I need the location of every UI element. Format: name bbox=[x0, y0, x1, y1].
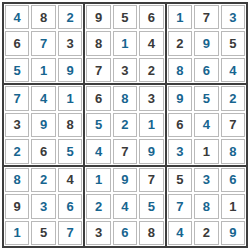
cell-r2c9[interactable]: 5 bbox=[221, 31, 245, 55]
cell-r4c6[interactable]: 3 bbox=[139, 86, 163, 110]
cell-r4c9[interactable]: 2 bbox=[221, 86, 245, 110]
cell-r1c9[interactable]: 3 bbox=[221, 5, 245, 29]
box-7: 824936157 bbox=[4, 167, 83, 246]
cell-r7c2[interactable]: 2 bbox=[31, 168, 55, 192]
cell-r6c5[interactable]: 7 bbox=[113, 139, 137, 163]
sudoku-board: 4826735199568147321732958647413982656835… bbox=[2, 2, 248, 248]
cell-r1c7[interactable]: 1 bbox=[168, 5, 192, 29]
cell-r6c1[interactable]: 2 bbox=[5, 139, 29, 163]
cell-r9c5[interactable]: 6 bbox=[113, 221, 137, 245]
cell-r4c2[interactable]: 4 bbox=[31, 86, 55, 110]
box-1: 482673519 bbox=[4, 4, 83, 83]
cell-r2c7[interactable]: 2 bbox=[168, 31, 192, 55]
cell-r5c2[interactable]: 9 bbox=[31, 113, 55, 137]
cell-r3c1[interactable]: 5 bbox=[5, 58, 29, 82]
cell-r8c4[interactable]: 2 bbox=[86, 194, 110, 218]
cell-r8c3[interactable]: 6 bbox=[58, 194, 82, 218]
cell-r4c4[interactable]: 6 bbox=[86, 86, 110, 110]
cell-r9c1[interactable]: 1 bbox=[5, 221, 29, 245]
cell-r8c6[interactable]: 5 bbox=[139, 194, 163, 218]
cell-r9c9[interactable]: 9 bbox=[221, 221, 245, 245]
cell-r6c2[interactable]: 6 bbox=[31, 139, 55, 163]
cell-r5c4[interactable]: 5 bbox=[86, 113, 110, 137]
cell-r3c6[interactable]: 2 bbox=[139, 58, 163, 82]
cell-r3c4[interactable]: 7 bbox=[86, 58, 110, 82]
cell-r3c5[interactable]: 3 bbox=[113, 58, 137, 82]
cell-r5c6[interactable]: 1 bbox=[139, 113, 163, 137]
cell-r9c4[interactable]: 3 bbox=[86, 221, 110, 245]
cell-r4c8[interactable]: 5 bbox=[194, 86, 218, 110]
cell-r7c7[interactable]: 5 bbox=[168, 168, 192, 192]
cell-r1c2[interactable]: 8 bbox=[31, 5, 55, 29]
cell-r6c7[interactable]: 3 bbox=[168, 139, 192, 163]
cell-r2c2[interactable]: 7 bbox=[31, 31, 55, 55]
cell-r1c8[interactable]: 7 bbox=[194, 5, 218, 29]
cell-r5c3[interactable]: 8 bbox=[58, 113, 82, 137]
box-2: 956814732 bbox=[85, 4, 164, 83]
box-6: 952647318 bbox=[167, 85, 246, 164]
cell-r3c7[interactable]: 8 bbox=[168, 58, 192, 82]
cell-r8c1[interactable]: 9 bbox=[5, 194, 29, 218]
cell-r3c9[interactable]: 4 bbox=[221, 58, 245, 82]
cell-r1c6[interactable]: 6 bbox=[139, 5, 163, 29]
cell-r6c8[interactable]: 1 bbox=[194, 139, 218, 163]
cell-r5c7[interactable]: 6 bbox=[168, 113, 192, 137]
cell-r6c3[interactable]: 5 bbox=[58, 139, 82, 163]
sudoku-page: 4826735199568147321732958647413982656835… bbox=[0, 0, 250, 250]
cell-r2c5[interactable]: 1 bbox=[113, 31, 137, 55]
box-8: 197245368 bbox=[85, 167, 164, 246]
cell-r8c8[interactable]: 8 bbox=[194, 194, 218, 218]
cell-r9c2[interactable]: 5 bbox=[31, 221, 55, 245]
cell-r5c1[interactable]: 3 bbox=[5, 113, 29, 137]
cell-r4c5[interactable]: 8 bbox=[113, 86, 137, 110]
cell-r6c9[interactable]: 8 bbox=[221, 139, 245, 163]
box-4: 741398265 bbox=[4, 85, 83, 164]
cell-r7c4[interactable]: 1 bbox=[86, 168, 110, 192]
cell-r7c3[interactable]: 4 bbox=[58, 168, 82, 192]
cell-r7c1[interactable]: 8 bbox=[5, 168, 29, 192]
cell-r8c2[interactable]: 3 bbox=[31, 194, 55, 218]
cell-r5c5[interactable]: 2 bbox=[113, 113, 137, 137]
cell-r1c1[interactable]: 4 bbox=[5, 5, 29, 29]
cell-r7c8[interactable]: 3 bbox=[194, 168, 218, 192]
cell-r2c3[interactable]: 3 bbox=[58, 31, 82, 55]
cell-r8c7[interactable]: 7 bbox=[168, 194, 192, 218]
cell-r7c6[interactable]: 7 bbox=[139, 168, 163, 192]
cell-r4c3[interactable]: 1 bbox=[58, 86, 82, 110]
cell-r8c9[interactable]: 1 bbox=[221, 194, 245, 218]
cell-r8c5[interactable]: 4 bbox=[113, 194, 137, 218]
box-3: 173295864 bbox=[167, 4, 246, 83]
cell-r3c3[interactable]: 9 bbox=[58, 58, 82, 82]
cell-r1c5[interactable]: 5 bbox=[113, 5, 137, 29]
cell-r3c2[interactable]: 1 bbox=[31, 58, 55, 82]
cell-r9c3[interactable]: 7 bbox=[58, 221, 82, 245]
cell-r7c9[interactable]: 6 bbox=[221, 168, 245, 192]
cell-r4c7[interactable]: 9 bbox=[168, 86, 192, 110]
cell-r6c6[interactable]: 9 bbox=[139, 139, 163, 163]
cell-r1c3[interactable]: 2 bbox=[58, 5, 82, 29]
cell-r5c9[interactable]: 7 bbox=[221, 113, 245, 137]
cell-r2c4[interactable]: 8 bbox=[86, 31, 110, 55]
cell-r1c4[interactable]: 9 bbox=[86, 5, 110, 29]
cell-r4c1[interactable]: 7 bbox=[5, 86, 29, 110]
cell-r6c4[interactable]: 4 bbox=[86, 139, 110, 163]
cell-r9c7[interactable]: 4 bbox=[168, 221, 192, 245]
cell-r5c8[interactable]: 4 bbox=[194, 113, 218, 137]
cell-r3c8[interactable]: 6 bbox=[194, 58, 218, 82]
cell-r9c6[interactable]: 8 bbox=[139, 221, 163, 245]
cell-r7c5[interactable]: 9 bbox=[113, 168, 137, 192]
cell-r2c8[interactable]: 9 bbox=[194, 31, 218, 55]
box-5: 683521479 bbox=[85, 85, 164, 164]
cell-r2c1[interactable]: 6 bbox=[5, 31, 29, 55]
cell-r2c6[interactable]: 4 bbox=[139, 31, 163, 55]
box-9: 536781429 bbox=[167, 167, 246, 246]
cell-r9c8[interactable]: 2 bbox=[194, 221, 218, 245]
